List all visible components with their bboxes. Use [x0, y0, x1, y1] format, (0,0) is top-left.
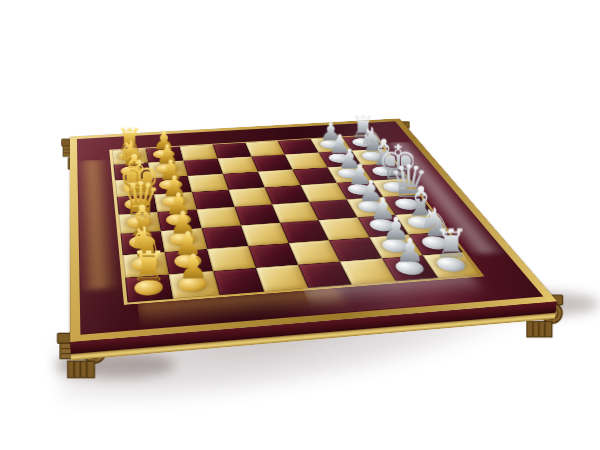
white-rook: ♜: [126, 246, 171, 287]
chess-board: ♜♟♟♜♞♟♟♞♝♟♟♝♚♟♟♚♛♟♟♛♝♟♟♝♞♟♟♞♜♟♟♜: [70, 119, 557, 342]
square-a2: ♟: [169, 271, 219, 299]
black-pawn: ♟: [387, 234, 430, 267]
white-pawn: ♟: [171, 250, 216, 284]
square-a1: ♜: [125, 274, 174, 302]
chess-board-grid: ♜♟♟♜♞♟♟♞♝♟♟♝♚♟♟♚♛♟♟♛♝♟♟♝♞♟♟♞♜♟♟♜: [112, 135, 480, 302]
chess-set-photo: ♜♟♟♜♞♟♟♞♝♟♟♝♚♟♟♚♛♟♟♛♝♟♟♝♞♟♟♞♜♟♟♜: [0, 0, 600, 450]
black-rook: ♜: [429, 224, 472, 264]
